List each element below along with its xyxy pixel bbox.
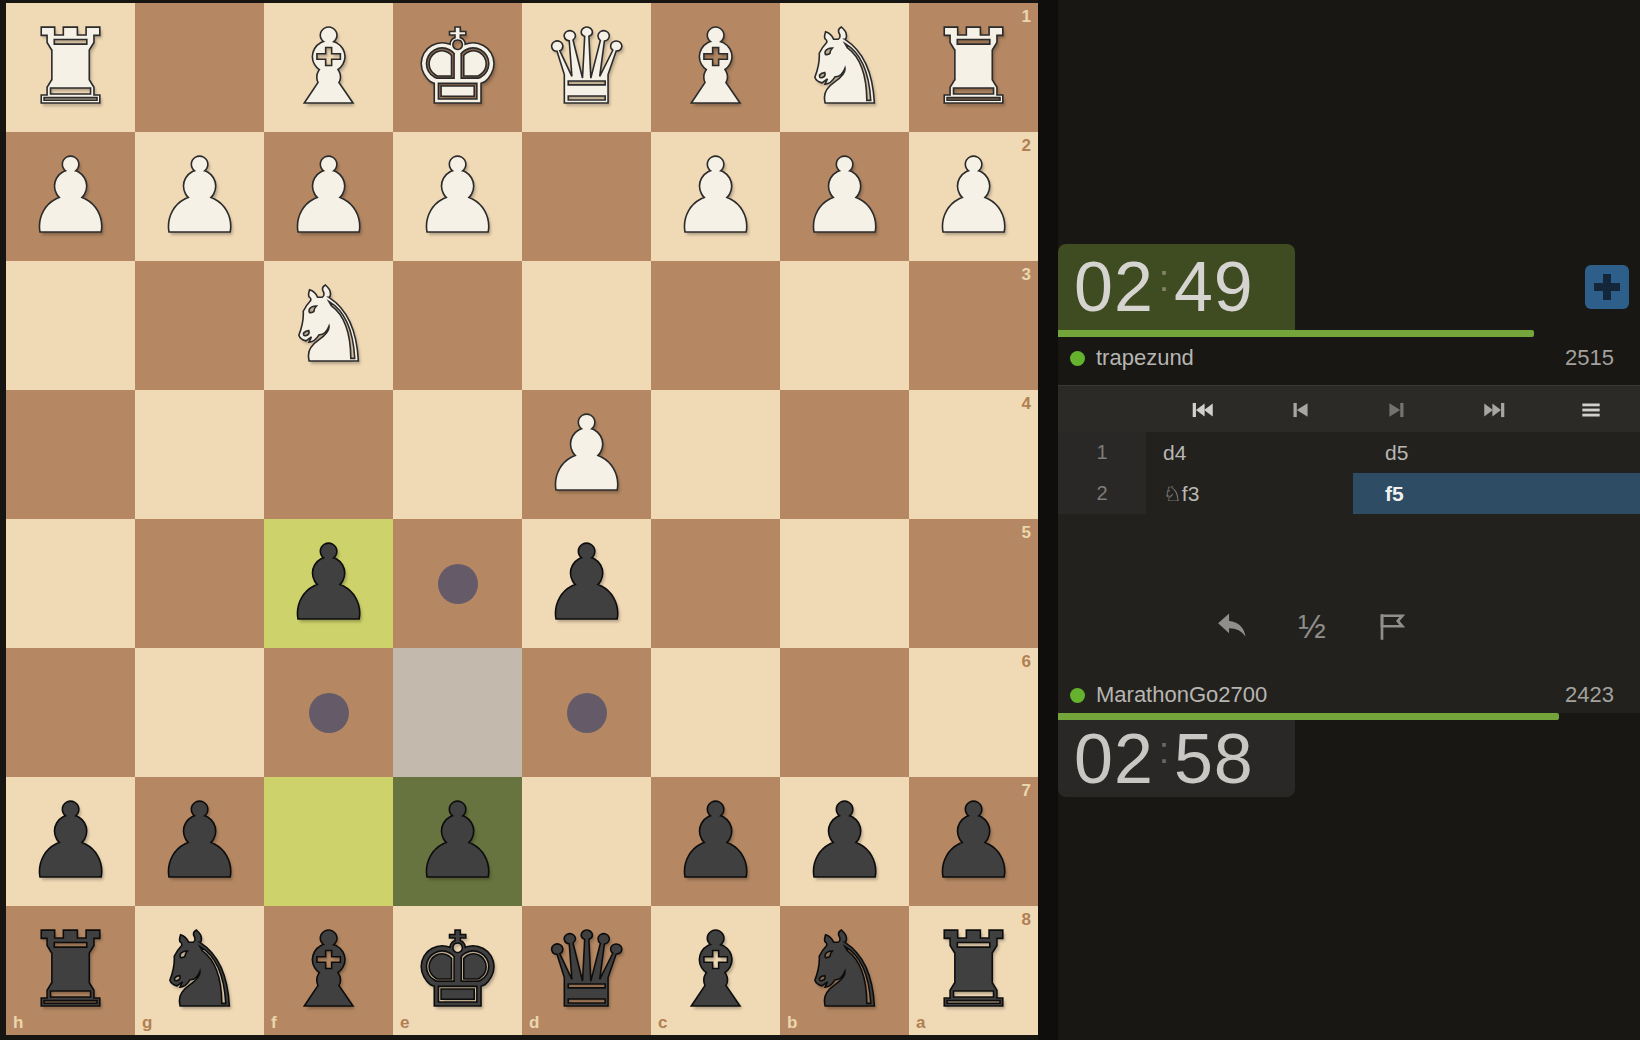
plus-icon — [1594, 283, 1620, 291]
move-white-1[interactable]: d4 — [1146, 432, 1353, 473]
square-d8[interactable]: ♛d — [522, 906, 651, 1035]
black-pawn: ♟ — [411, 777, 504, 906]
square-g3[interactable] — [135, 261, 264, 390]
square-c4[interactable] — [651, 390, 780, 519]
black-pawn: ♟ — [927, 777, 1020, 906]
square-b8[interactable]: ♞b — [780, 906, 909, 1035]
square-c5[interactable] — [651, 519, 780, 648]
file-coordinate: g — [142, 1014, 152, 1031]
square-e3[interactable] — [393, 261, 522, 390]
white-pawn: ♟ — [411, 132, 504, 261]
square-h3[interactable] — [6, 261, 135, 390]
player-top-rating: 2515 — [1565, 345, 1614, 371]
rank-coordinate: 3 — [1022, 266, 1031, 283]
square-h1[interactable]: ♜ — [6, 3, 135, 132]
player-bottom-name[interactable]: MarathonGo2700 — [1096, 682, 1267, 708]
white-rook: ♜ — [927, 3, 1020, 132]
square-a7[interactable]: ♟7 — [909, 777, 1038, 906]
square-f6[interactable] — [264, 648, 393, 777]
square-b4[interactable] — [780, 390, 909, 519]
square-a5[interactable]: 5 — [909, 519, 1038, 648]
time-bar-top — [1058, 330, 1565, 337]
player-top: trapezund 2515 — [1058, 340, 1640, 376]
square-a3[interactable]: 3 — [909, 261, 1038, 390]
square-g8[interactable]: ♞g — [135, 906, 264, 1035]
black-knight: ♞ — [153, 906, 246, 1035]
takeback-button[interactable] — [1204, 597, 1260, 657]
square-f4[interactable] — [264, 390, 393, 519]
black-pawn: ♟ — [153, 777, 246, 906]
move-index-column: 12 — [1058, 432, 1146, 514]
clock-top-colon: : — [1159, 258, 1169, 300]
file-coordinate: h — [13, 1014, 23, 1031]
square-b2[interactable]: ♟ — [780, 132, 909, 261]
file-coordinate: b — [787, 1014, 797, 1031]
clock-bottom-colon: : — [1159, 730, 1169, 772]
nav-prev-button[interactable] — [1276, 386, 1324, 433]
black-king: ♚ — [411, 906, 504, 1035]
resign-flag-icon — [1373, 609, 1409, 645]
square-b1[interactable]: ♞ — [780, 3, 909, 132]
square-c3[interactable] — [651, 261, 780, 390]
square-c7[interactable]: ♟ — [651, 777, 780, 906]
white-pawn: ♟ — [282, 132, 375, 261]
online-indicator — [1070, 351, 1085, 366]
square-f8[interactable]: ♝f — [264, 906, 393, 1035]
square-g4[interactable] — [135, 390, 264, 519]
white-rook: ♜ — [24, 3, 117, 132]
file-coordinate: c — [658, 1014, 667, 1031]
move-number: 1 — [1058, 432, 1146, 473]
square-f1[interactable]: ♝ — [264, 3, 393, 132]
rank-coordinate: 5 — [1022, 524, 1031, 541]
game-action-buttons: ½ — [1058, 597, 1640, 657]
black-pawn: ♟ — [282, 519, 375, 648]
black-rook: ♜ — [927, 906, 1020, 1035]
clock-bottom-minutes: 02 — [1074, 724, 1154, 794]
file-coordinate: d — [529, 1014, 539, 1031]
square-c2[interactable]: ♟ — [651, 132, 780, 261]
black-knight: ♞ — [798, 906, 891, 1035]
white-bishop: ♝ — [669, 3, 762, 132]
square-f2[interactable]: ♟ — [264, 132, 393, 261]
white-queen: ♛ — [540, 3, 633, 132]
square-a4[interactable]: 4 — [909, 390, 1038, 519]
square-e6[interactable] — [393, 648, 522, 777]
online-indicator — [1070, 688, 1085, 703]
move-nav-toolbar — [1058, 385, 1640, 432]
square-a2[interactable]: ♟2 — [909, 132, 1038, 261]
white-pawn: ♟ — [798, 132, 891, 261]
square-b6[interactable] — [780, 648, 909, 777]
give-more-time-button[interactable] — [1585, 265, 1629, 309]
square-e8[interactable]: ♚e — [393, 906, 522, 1035]
square-e7[interactable]: ♟ — [393, 777, 522, 906]
square-h5[interactable] — [6, 519, 135, 648]
square-h4[interactable] — [6, 390, 135, 519]
black-pawn: ♟ — [540, 519, 633, 648]
white-pawn: ♟ — [24, 132, 117, 261]
nav-first-button[interactable] — [1179, 386, 1227, 433]
offer-draw-button[interactable]: ½ — [1284, 597, 1340, 657]
white-pawn: ♟ — [927, 132, 1020, 261]
player-bottom-rating: 2423 — [1565, 682, 1614, 708]
time-bar-top-fill — [1058, 330, 1534, 337]
clock-top-seconds: 49 — [1174, 252, 1254, 322]
resign-button[interactable] — [1363, 597, 1419, 657]
premove-dest-dot — [567, 693, 607, 733]
clock-top: 02:49 — [1058, 244, 1295, 330]
square-c1[interactable]: ♝ — [651, 3, 780, 132]
chess-board[interactable]: ♜♝♚♛♝♞♜1♟♟♟♟♟♟♟2♞3♟4♟♟56♟♟♟♟♟♟7♜h♞g♝f♚e♛… — [6, 3, 1038, 1035]
clock-bottom-seconds: 58 — [1174, 724, 1254, 794]
square-g6[interactable] — [135, 648, 264, 777]
file-coordinate: f — [271, 1014, 277, 1031]
square-e2[interactable]: ♟ — [393, 132, 522, 261]
square-b3[interactable] — [780, 261, 909, 390]
square-d4[interactable]: ♟ — [522, 390, 651, 519]
player-top-name[interactable]: trapezund — [1096, 345, 1194, 371]
square-b7[interactable]: ♟ — [780, 777, 909, 906]
white-pawn: ♟ — [153, 132, 246, 261]
file-coordinate: e — [400, 1014, 409, 1031]
black-bishop: ♝ — [669, 906, 762, 1035]
square-d2[interactable] — [522, 132, 651, 261]
time-bar-bottom — [1058, 713, 1565, 720]
square-a1[interactable]: ♜1 — [909, 3, 1038, 132]
player-bottom: MarathonGo2700 2423 — [1058, 677, 1640, 713]
move-white-2[interactable]: ♘f3 — [1146, 473, 1353, 514]
premove-dest-dot — [438, 564, 478, 604]
square-a8[interactable]: ♜8a — [909, 906, 1038, 1035]
square-a6[interactable]: 6 — [909, 648, 1038, 777]
rank-coordinate: 4 — [1022, 395, 1031, 412]
white-knight: ♞ — [798, 3, 891, 132]
black-rook: ♜ — [24, 906, 117, 1035]
square-d5[interactable]: ♟ — [522, 519, 651, 648]
game-screen: ♜♝♚♛♝♞♜1♟♟♟♟♟♟♟2♞3♟4♟♟56♟♟♟♟♟♟7♜h♞g♝f♚e♛… — [0, 0, 1640, 1040]
white-pawn: ♟ — [669, 132, 762, 261]
square-g2[interactable]: ♟ — [135, 132, 264, 261]
square-f7[interactable] — [264, 777, 393, 906]
square-c8[interactable]: ♝c — [651, 906, 780, 1035]
move-black-2[interactable]: f5 — [1353, 473, 1640, 514]
move-black-1[interactable]: d5 — [1353, 432, 1640, 473]
white-bishop: ♝ — [282, 3, 375, 132]
move-panel: 12 d4d5♘f3f5 ½ — [1058, 385, 1640, 713]
square-c6[interactable] — [651, 648, 780, 777]
panel-left-shadow — [1038, 0, 1058, 1040]
square-d1[interactable]: ♛ — [522, 3, 651, 132]
square-e4[interactable] — [393, 390, 522, 519]
black-pawn: ♟ — [798, 777, 891, 906]
white-king: ♚ — [411, 3, 504, 132]
square-h7[interactable]: ♟ — [6, 777, 135, 906]
takeback-arrow-icon — [1213, 608, 1251, 646]
square-f5[interactable]: ♟ — [264, 519, 393, 648]
square-d6[interactable] — [522, 648, 651, 777]
rank-coordinate: 8 — [1022, 911, 1031, 928]
rank-coordinate: 2 — [1022, 137, 1031, 154]
clock-top-minutes: 02 — [1074, 252, 1154, 322]
nav-menu-button[interactable] — [1567, 386, 1615, 433]
square-g1[interactable] — [135, 3, 264, 132]
black-bishop: ♝ — [282, 906, 375, 1035]
move-number: 2 — [1058, 473, 1146, 514]
square-e5[interactable] — [393, 519, 522, 648]
square-h6[interactable] — [6, 648, 135, 777]
rank-coordinate: 7 — [1022, 782, 1031, 799]
nav-last-button[interactable] — [1470, 386, 1518, 433]
black-pawn: ♟ — [669, 777, 762, 906]
black-pawn: ♟ — [24, 777, 117, 906]
square-e1[interactable]: ♚ — [393, 3, 522, 132]
clock-bottom: 02:58 — [1058, 720, 1295, 797]
square-f3[interactable]: ♞ — [264, 261, 393, 390]
square-g7[interactable]: ♟ — [135, 777, 264, 906]
white-pawn: ♟ — [540, 390, 633, 519]
white-knight: ♞ — [282, 261, 375, 390]
premove-dest-dot — [309, 693, 349, 733]
nav-next-button[interactable] — [1373, 386, 1421, 433]
square-b5[interactable] — [780, 519, 909, 648]
file-coordinate: a — [916, 1014, 925, 1031]
rank-coordinate: 1 — [1022, 8, 1031, 25]
rank-coordinate: 6 — [1022, 653, 1031, 670]
move-list: 12 d4d5♘f3f5 — [1058, 432, 1640, 514]
square-h8[interactable]: ♜h — [6, 906, 135, 1035]
square-d7[interactable] — [522, 777, 651, 906]
square-d3[interactable] — [522, 261, 651, 390]
square-g5[interactable] — [135, 519, 264, 648]
time-bar-bottom-fill — [1058, 713, 1559, 720]
black-queen: ♛ — [540, 906, 633, 1035]
square-h2[interactable]: ♟ — [6, 132, 135, 261]
